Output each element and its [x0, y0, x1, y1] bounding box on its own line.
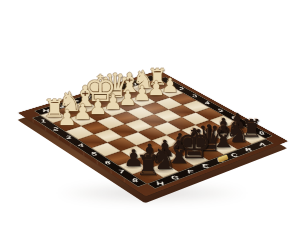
- chessboard: 12345678 12345678 ABCDEFGH ABCDEFGH: [18, 70, 288, 196]
- product-photo: 12345678 12345678 ABCDEFGH ABCDEFGH ♜♞♝♛…: [0, 0, 300, 225]
